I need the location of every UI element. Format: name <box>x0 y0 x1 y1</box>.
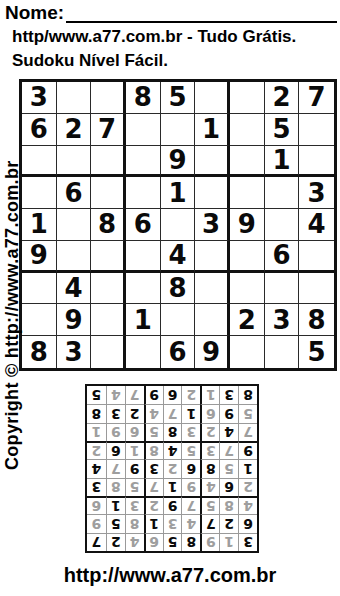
solution-cell-r1c7: 4 <box>125 533 144 551</box>
solution-cell-r4c1: 2 <box>238 478 257 496</box>
solution-cell-r9c2: 3 <box>219 386 238 404</box>
sudoku-puzzle-grid: 385276271591613186394946489123883695 <box>19 79 337 371</box>
puzzle-cell-r9c9: 5 <box>299 336 334 368</box>
solution-cell-r6c4: 5 <box>181 441 200 459</box>
puzzle-cell-r7c1[interactable] <box>22 273 57 305</box>
puzzle-cell-r5c4: 6 <box>126 209 161 241</box>
solution-cell-r2c5: 3 <box>163 514 182 532</box>
puzzle-cell-r5c1: 1 <box>22 209 57 241</box>
solution-cell-r9c1: 8 <box>238 386 257 404</box>
puzzle-cell-r9c8[interactable] <box>265 336 300 368</box>
puzzle-cell-r6c3[interactable] <box>91 241 126 273</box>
solution-cell-r1c6: 6 <box>144 533 163 551</box>
solution-cell-r8c7: 2 <box>125 404 144 422</box>
solution-cell-r5c1: 1 <box>238 459 257 477</box>
puzzle-cell-r2c1: 6 <box>22 114 57 146</box>
puzzle-cell-r7c4[interactable] <box>126 273 161 305</box>
solution-cell-r3c7: 3 <box>125 496 144 514</box>
puzzle-cell-r3c3[interactable] <box>91 146 126 178</box>
solution-cell-r6c5: 4 <box>163 441 182 459</box>
puzzle-cell-r3c7[interactable] <box>230 146 265 178</box>
copyright-vertical-text: Copyright © http://www.a77.com.br <box>2 92 22 470</box>
puzzle-level-title: Sudoku Nível Fácil. <box>12 51 168 71</box>
puzzle-cell-r5c5[interactable] <box>161 209 196 241</box>
solution-cell-r8c5: 7 <box>163 404 182 422</box>
solution-cell-r1c4: 8 <box>181 533 200 551</box>
puzzle-cell-r6c5: 4 <box>161 241 196 273</box>
solution-cell-r5c6: 3 <box>144 459 163 477</box>
puzzle-cell-r2c3: 7 <box>91 114 126 146</box>
name-label: Nome: <box>5 2 64 23</box>
solution-cell-r5c2: 5 <box>219 459 238 477</box>
puzzle-cell-r3c8: 1 <box>265 146 300 178</box>
solution-cell-r7c5: 8 <box>163 423 182 441</box>
solution-cell-r3c5: 9 <box>163 496 182 514</box>
puzzle-cell-r6c7[interactable] <box>230 241 265 273</box>
solution-cell-r6c3: 3 <box>200 441 219 459</box>
name-row: Nome: <box>5 2 337 23</box>
solution-cell-r7c4: 3 <box>181 423 200 441</box>
puzzle-cell-r5c2[interactable] <box>57 209 92 241</box>
puzzle-cell-r4c4[interactable] <box>126 177 161 209</box>
puzzle-cell-r2c2: 2 <box>57 114 92 146</box>
puzzle-cell-r8c1[interactable] <box>22 304 57 336</box>
puzzle-cell-r9c6: 9 <box>195 336 230 368</box>
puzzle-cell-r9c7[interactable] <box>230 336 265 368</box>
puzzle-cell-r7c7[interactable] <box>230 273 265 305</box>
solution-cell-r3c6: 2 <box>144 496 163 514</box>
solution-cell-r3c9: 6 <box>87 496 106 514</box>
solution-cell-r1c8: 2 <box>106 533 125 551</box>
puzzle-cell-r1c4: 8 <box>126 82 161 114</box>
puzzle-cell-r1c8: 2 <box>265 82 300 114</box>
solution-cell-r6c2: 7 <box>219 441 238 459</box>
solution-cell-r9c4: 2 <box>181 386 200 404</box>
puzzle-cell-r7c6[interactable] <box>195 273 230 305</box>
puzzle-cell-r7c2: 4 <box>57 273 92 305</box>
puzzle-cell-r4c9: 3 <box>299 177 334 209</box>
solution-cell-r7c7: 6 <box>125 423 144 441</box>
puzzle-cell-r4c6[interactable] <box>195 177 230 209</box>
solution-cell-r2c6: 1 <box>144 514 163 532</box>
solution-cell-r5c9: 4 <box>87 459 106 477</box>
solution-cell-r8c1: 5 <box>238 404 257 422</box>
solution-cell-r8c3: 6 <box>200 404 219 422</box>
puzzle-cell-r3c2[interactable] <box>57 146 92 178</box>
solution-cell-r6c9: 2 <box>87 441 106 459</box>
puzzle-cell-r7c3[interactable] <box>91 273 126 305</box>
solution-cell-r3c1: 4 <box>238 496 257 514</box>
puzzle-cell-r8c8: 3 <box>265 304 300 336</box>
puzzle-cell-r9c2: 3 <box>57 336 92 368</box>
puzzle-cell-r9c4[interactable] <box>126 336 161 368</box>
solution-cell-r7c8: 9 <box>106 423 125 441</box>
solution-cell-r9c5: 6 <box>163 386 182 404</box>
solution-cell-r5c8: 7 <box>106 459 125 477</box>
solution-cell-r1c9: 7 <box>87 533 106 551</box>
puzzle-cell-r6c2[interactable] <box>57 241 92 273</box>
solution-cell-r9c3: 1 <box>200 386 219 404</box>
puzzle-cell-r2c9[interactable] <box>299 114 334 146</box>
sudoku-worksheet-page: Nome: http/www.a77.com.br - Tudo Grátis.… <box>0 0 340 596</box>
solution-cell-r2c2: 2 <box>219 514 238 532</box>
solution-cell-r7c6: 5 <box>144 423 163 441</box>
puzzle-cell-r1c5: 5 <box>161 82 196 114</box>
solution-cell-r5c4: 6 <box>181 459 200 477</box>
puzzle-cell-r8c7: 2 <box>230 304 265 336</box>
puzzle-cell-r7c9[interactable] <box>299 273 334 305</box>
puzzle-cell-r4c2: 6 <box>57 177 92 209</box>
solution-cell-r2c8: 5 <box>106 514 125 532</box>
puzzle-cell-r1c9: 7 <box>299 82 334 114</box>
puzzle-cell-r1c6[interactable] <box>195 82 230 114</box>
solution-cell-r8c9: 8 <box>87 404 106 422</box>
puzzle-cell-r8c4: 1 <box>126 304 161 336</box>
puzzle-cell-r5c3: 8 <box>91 209 126 241</box>
solution-cell-r8c2: 9 <box>219 404 238 422</box>
puzzle-cell-r9c5: 6 <box>161 336 196 368</box>
puzzle-cell-r4c8[interactable] <box>265 177 300 209</box>
solution-cell-r3c4: 7 <box>181 496 200 514</box>
solution-cell-r5c7: 9 <box>125 459 144 477</box>
puzzle-cell-r9c3[interactable] <box>91 336 126 368</box>
solution-cell-r1c2: 1 <box>219 533 238 551</box>
puzzle-cell-r2c5[interactable] <box>161 114 196 146</box>
puzzle-cell-r3c1[interactable] <box>22 146 57 178</box>
puzzle-cell-r1c2[interactable] <box>57 82 92 114</box>
name-write-line[interactable] <box>66 2 337 23</box>
solution-cell-r7c9: 1 <box>87 423 106 441</box>
solution-cell-r2c3: 7 <box>200 514 219 532</box>
solution-cell-r4c9: 3 <box>87 478 106 496</box>
puzzle-cell-r8c9: 8 <box>299 304 334 336</box>
puzzle-cell-r7c5: 8 <box>161 273 196 305</box>
puzzle-cell-r3c9[interactable] <box>299 146 334 178</box>
solution-cell-r6c8: 6 <box>106 441 125 459</box>
puzzle-cell-r3c5: 9 <box>161 146 196 178</box>
puzzle-cell-r7c8[interactable] <box>265 273 300 305</box>
sudoku-solution-grid-rotated: 3198564276274318594857923162649175831586… <box>85 384 259 553</box>
solution-cell-r7c3: 2 <box>200 423 219 441</box>
site-tagline: http/www.a77.com.br - Tudo Grátis. <box>12 27 296 47</box>
puzzle-cell-r6c1: 9 <box>22 241 57 273</box>
puzzle-cell-r1c3[interactable] <box>91 82 126 114</box>
solution-cell-r6c6: 8 <box>144 441 163 459</box>
solution-cell-r9c6: 9 <box>144 386 163 404</box>
solution-cell-r9c8: 4 <box>106 386 125 404</box>
solution-cell-r7c2: 4 <box>219 423 238 441</box>
solution-cell-r2c4: 4 <box>181 514 200 532</box>
puzzle-cell-r6c6[interactable] <box>195 241 230 273</box>
puzzle-cell-r1c7[interactable] <box>230 82 265 114</box>
solution-cell-r6c1: 9 <box>238 441 257 459</box>
puzzle-cell-r2c4[interactable] <box>126 114 161 146</box>
puzzle-cell-r8c2: 9 <box>57 304 92 336</box>
puzzle-cell-r5c7: 9 <box>230 209 265 241</box>
solution-cell-r8c6: 4 <box>144 404 163 422</box>
puzzle-cell-r8c5[interactable] <box>161 304 196 336</box>
solution-cell-r8c4: 1 <box>181 404 200 422</box>
solution-cell-r2c7: 8 <box>125 514 144 532</box>
solution-cell-r4c5: 1 <box>163 478 182 496</box>
solution-cell-r9c7: 7 <box>125 386 144 404</box>
puzzle-cell-r5c6: 3 <box>195 209 230 241</box>
solution-cell-r5c5: 2 <box>163 459 182 477</box>
solution-cell-r3c3: 5 <box>200 496 219 514</box>
puzzle-cell-r3c6[interactable] <box>195 146 230 178</box>
puzzle-cell-r8c3[interactable] <box>91 304 126 336</box>
puzzle-cell-r4c7[interactable] <box>230 177 265 209</box>
solution-cell-r1c5: 5 <box>163 533 182 551</box>
puzzle-cell-r8c6[interactable] <box>195 304 230 336</box>
puzzle-cell-r2c8: 5 <box>265 114 300 146</box>
solution-cell-r4c2: 6 <box>219 478 238 496</box>
puzzle-cell-r2c6: 1 <box>195 114 230 146</box>
footer-url: http://www.a77.com.br <box>0 564 340 587</box>
puzzle-cell-r4c3[interactable] <box>91 177 126 209</box>
solution-cell-r3c2: 8 <box>219 496 238 514</box>
puzzle-cell-r6c8: 6 <box>265 241 300 273</box>
puzzle-cell-r5c9: 4 <box>299 209 334 241</box>
solution-cell-r9c9: 5 <box>87 386 106 404</box>
solution-cell-r3c8: 1 <box>106 496 125 514</box>
solution-cell-r2c9: 9 <box>87 514 106 532</box>
puzzle-cell-r5c8[interactable] <box>265 209 300 241</box>
puzzle-cell-r2c7[interactable] <box>230 114 265 146</box>
puzzle-cell-r4c5: 1 <box>161 177 196 209</box>
puzzle-cell-r6c4[interactable] <box>126 241 161 273</box>
puzzle-cell-r6c9[interactable] <box>299 241 334 273</box>
solution-cell-r2c1: 6 <box>238 514 257 532</box>
solution-cell-r8c8: 3 <box>106 404 125 422</box>
solution-cell-r5c3: 8 <box>200 459 219 477</box>
solution-cell-r7c1: 7 <box>238 423 257 441</box>
solution-cell-r4c8: 8 <box>106 478 125 496</box>
solution-cell-r1c1: 3 <box>238 533 257 551</box>
puzzle-cell-r3c4[interactable] <box>126 146 161 178</box>
solution-cell-r1c3: 9 <box>200 533 219 551</box>
solution-cell-r4c7: 5 <box>125 478 144 496</box>
puzzle-cell-r1c1: 3 <box>22 82 57 114</box>
puzzle-cell-r4c1[interactable] <box>22 177 57 209</box>
puzzle-cell-r9c1: 8 <box>22 336 57 368</box>
solution-cell-r6c7: 1 <box>125 441 144 459</box>
solution-cell-r4c3: 4 <box>200 478 219 496</box>
solution-cell-r4c4: 9 <box>181 478 200 496</box>
solution-cell-r4c6: 7 <box>144 478 163 496</box>
